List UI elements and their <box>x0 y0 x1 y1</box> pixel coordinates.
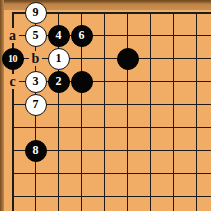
move-number: 6 <box>79 28 85 43</box>
stone-black-plain <box>71 71 93 93</box>
move-number: 7 <box>33 97 39 112</box>
move-number: 8 <box>33 143 39 158</box>
stone-white-3: 3 <box>25 71 47 93</box>
move-number: 4 <box>56 28 62 43</box>
point-label-c: c <box>6 74 19 89</box>
stone-black-2: 2 <box>48 71 70 93</box>
stone-black-4: 4 <box>48 25 70 47</box>
move-number: 9 <box>33 5 39 20</box>
move-number: 1 <box>56 51 62 66</box>
stone-white-5: 5 <box>25 25 47 47</box>
move-number: 5 <box>33 28 39 43</box>
point-label-a: a <box>6 28 19 43</box>
move-number: 2 <box>56 74 62 89</box>
point-label-b: b <box>29 51 42 66</box>
board-left-edge-shading <box>0 0 4 211</box>
stone-black-8: 8 <box>25 140 47 162</box>
stone-white-1: 1 <box>48 48 70 70</box>
go-board-diagram: abc95461013278 <box>0 0 211 211</box>
stone-white-9: 9 <box>25 2 47 24</box>
move-number: 10 <box>8 53 17 64</box>
stone-black-plain <box>117 48 139 70</box>
stone-black-10: 10 <box>2 48 24 70</box>
move-number: 3 <box>33 74 39 89</box>
stone-white-7: 7 <box>25 94 47 116</box>
stone-black-6: 6 <box>71 25 93 47</box>
